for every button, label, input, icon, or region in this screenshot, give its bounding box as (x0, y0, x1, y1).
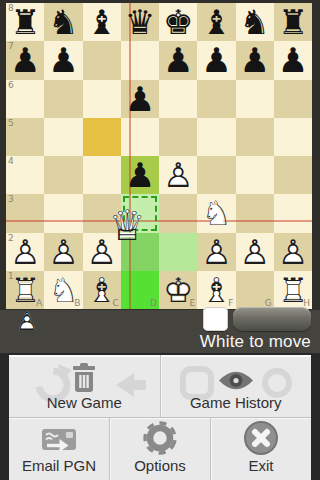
square-b8[interactable]: ♞ (44, 3, 82, 41)
black-knight: ♞ (44, 3, 82, 41)
square-a3[interactable]: 3 (6, 194, 44, 232)
square-f6[interactable] (197, 80, 235, 118)
white-knight: ♞♘ (44, 271, 82, 309)
square-c5[interactable] (83, 118, 121, 156)
white-bishop: ♝♗ (197, 271, 235, 309)
square-g8[interactable]: ♞ (236, 3, 274, 41)
square-c6[interactable] (83, 80, 121, 118)
square-g3[interactable] (236, 194, 274, 232)
menu-item-game-history[interactable]: Game History (160, 355, 312, 417)
white-rook: ♜♖ (6, 271, 44, 309)
white-pawn: ♟♙ (236, 233, 274, 271)
touch-crosshair-horizontal (6, 220, 312, 222)
white-pawn: ♟♙ (6, 233, 44, 271)
square-g6[interactable] (236, 80, 274, 118)
square-g5[interactable] (236, 118, 274, 156)
square-c1[interactable]: C♝♗ (83, 271, 121, 309)
envelope-icon (41, 426, 77, 456)
square-g1[interactable]: G (236, 271, 274, 309)
file-label: G (265, 299, 272, 308)
square-h1[interactable]: H♜♖ (274, 271, 312, 309)
black-knight: ♞ (236, 3, 274, 41)
black-pawn: ♟ (6, 41, 44, 79)
app-screen: 8♜♞♝♛♚♝♞♜7♟♟♟♟♟♟6♟54♟♟♙3♞♘2♟♙♟♙♟♙♟♙♟♙♟♙1… (0, 0, 320, 480)
menu-item-email-pgn[interactable]: Email PGN (9, 418, 109, 480)
square-a7[interactable]: 7♟ (6, 41, 44, 79)
side-to-move-swatch (203, 307, 228, 331)
square-d1[interactable]: D (121, 271, 159, 309)
black-pawn: ♟ (159, 41, 197, 79)
square-d4[interactable]: ♟ (121, 156, 159, 194)
captured-white-pawn: ♟♙ (13, 306, 41, 336)
square-b2[interactable]: ♟♙ (44, 233, 82, 271)
square-f5[interactable] (197, 118, 235, 156)
square-h6[interactable] (274, 80, 312, 118)
black-pawn: ♟ (197, 41, 235, 79)
white-bishop: ♝♗ (83, 271, 121, 309)
menu-row-1: New Game Game History (9, 355, 311, 417)
square-b3[interactable] (44, 194, 82, 232)
white-pawn: ♟♙ (159, 156, 197, 194)
rank-label: 3 (8, 195, 14, 204)
menu-item-label: Email PGN (22, 458, 96, 475)
square-d5[interactable] (121, 118, 159, 156)
square-f4[interactable] (197, 156, 235, 194)
white-rook: ♜♖ (274, 271, 312, 309)
square-c4[interactable] (83, 156, 121, 194)
white-queen: ♛♕ (104, 203, 150, 249)
square-f7[interactable]: ♟ (197, 41, 235, 79)
rank-label: 4 (8, 157, 14, 166)
square-b4[interactable] (44, 156, 82, 194)
square-b7[interactable]: ♟ (44, 41, 82, 79)
menu-item-options[interactable]: Options (109, 418, 210, 480)
menu-row-2: Email PGN Options (9, 417, 311, 480)
square-f8[interactable]: ♝ (197, 3, 235, 41)
square-c7[interactable] (83, 41, 121, 79)
gear-ring-icon (142, 420, 178, 456)
square-e3[interactable] (159, 194, 197, 232)
black-bishop: ♝ (197, 3, 235, 41)
square-h5[interactable] (274, 118, 312, 156)
dragged-white-queen[interactable]: ♛♕ (104, 203, 150, 249)
square-h8[interactable]: ♜ (274, 3, 312, 41)
white-pawn: ♟♙ (13, 306, 41, 336)
square-a6[interactable]: 6 (6, 80, 44, 118)
square-e1[interactable]: E♚♔ (159, 271, 197, 309)
square-b1[interactable]: B♞♘ (44, 271, 82, 309)
black-pawn: ♟ (274, 41, 312, 79)
white-knight: ♞♘ (197, 194, 235, 232)
close-circle-icon (243, 420, 279, 456)
square-a2[interactable]: 2♟♙ (6, 233, 44, 271)
white-pawn: ♟♙ (197, 233, 235, 271)
status-bar: ♟♙ White to move (0, 310, 320, 353)
black-pawn: ♟ (236, 41, 274, 79)
file-label: D (150, 299, 157, 308)
black-king: ♚ (159, 3, 197, 41)
rank-label: 5 (8, 119, 14, 128)
square-g4[interactable] (236, 156, 274, 194)
square-h2[interactable]: ♟♙ (274, 233, 312, 271)
trash-icon (70, 362, 98, 393)
square-a8[interactable]: 8♜ (6, 3, 44, 41)
square-d7[interactable] (121, 41, 159, 79)
white-pawn: ♟♙ (274, 233, 312, 271)
square-g2[interactable]: ♟♙ (236, 233, 274, 271)
board-frame: 8♜♞♝♛♚♝♞♜7♟♟♟♟♟♟6♟54♟♟♙3♞♘2♟♙♟♙♟♙♟♙♟♙♟♙1… (0, 0, 320, 310)
square-b5[interactable] (44, 118, 82, 156)
square-a5[interactable]: 5 (6, 118, 44, 156)
square-h3[interactable] (274, 194, 312, 232)
black-queen: ♛ (121, 3, 159, 41)
black-rook: ♜ (274, 3, 312, 41)
square-f2[interactable]: ♟♙ (197, 233, 235, 271)
black-pawn: ♟ (121, 156, 159, 194)
white-pawn: ♟♙ (44, 233, 82, 271)
rank-label: 6 (8, 81, 14, 90)
square-h4[interactable] (274, 156, 312, 194)
square-e2[interactable] (159, 233, 197, 271)
menu-item-label: Game History (190, 395, 282, 412)
square-a1[interactable]: 1A♜♖ (6, 271, 44, 309)
black-pawn: ♟ (121, 80, 159, 118)
engine-progress-bar (233, 307, 311, 331)
black-pawn: ♟ (44, 41, 82, 79)
square-d8[interactable]: ♛ (121, 3, 159, 41)
black-bishop: ♝ (83, 3, 121, 41)
square-e6[interactable] (159, 80, 197, 118)
menu-item-new-game[interactable]: New Game (9, 355, 160, 417)
square-g7[interactable]: ♟ (236, 41, 274, 79)
menu-item-label: Options (134, 458, 186, 475)
white-king: ♚♔ (159, 271, 197, 309)
options-menu: New Game Game History (0, 353, 320, 480)
square-e7[interactable]: ♟ (159, 41, 197, 79)
square-a4[interactable]: 4 (6, 156, 44, 194)
menu-item-label: New Game (47, 395, 122, 412)
black-rook: ♜ (6, 3, 44, 41)
square-h7[interactable]: ♟ (274, 41, 312, 79)
menu-item-exit[interactable]: Exit (210, 418, 311, 480)
eye-icon (217, 368, 255, 393)
square-d6[interactable]: ♟ (121, 80, 159, 118)
square-e8[interactable]: ♚ (159, 3, 197, 41)
square-e5[interactable] (159, 118, 197, 156)
turn-status-text: White to move (200, 332, 311, 352)
menu-item-label: Exit (248, 458, 273, 475)
chess-board[interactable]: 8♜♞♝♛♚♝♞♜7♟♟♟♟♟♟6♟54♟♟♙3♞♘2♟♙♟♙♟♙♟♙♟♙♟♙1… (6, 3, 312, 309)
square-b6[interactable] (44, 80, 82, 118)
square-e4[interactable]: ♟♙ (159, 156, 197, 194)
options-menu-panel: New Game Game History (9, 355, 311, 480)
square-f1[interactable]: F♝♗ (197, 271, 235, 309)
square-c8[interactable]: ♝ (83, 3, 121, 41)
square-f3[interactable]: ♞♘ (197, 194, 235, 232)
